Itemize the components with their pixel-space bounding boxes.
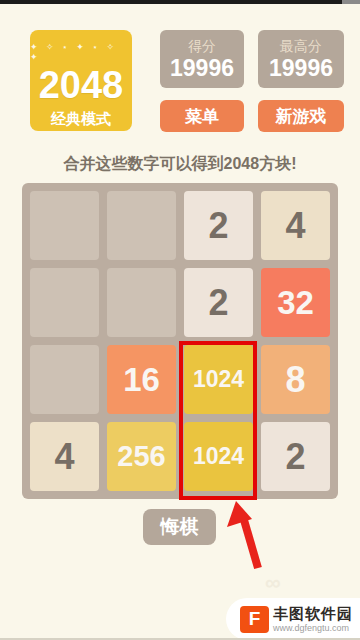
tile-256-r4c2: 256 — [107, 422, 176, 491]
hint-text: 合并这些数字可以得到2048方块! — [0, 154, 360, 175]
empty-cell-r2c1 — [30, 268, 99, 337]
logo-title: 2048 — [39, 64, 124, 106]
game-board[interactable]: 242321610248425610242 — [22, 183, 338, 499]
score-box: 得分 19996 — [160, 30, 244, 88]
best-score-box: 最高分 19996 — [258, 30, 344, 88]
logo-subtitle: 经典模式 — [51, 110, 111, 129]
tile-1024-r4c3: 1024 — [184, 422, 253, 491]
menu-button[interactable]: 菜单 — [160, 100, 244, 132]
tile-1024-r3c3: 1024 — [184, 345, 253, 414]
game-logo: ✦ ✧ ⋆ ✦ ⋆ ✧ ✦ 2048 经典模式 — [30, 30, 132, 131]
empty-cell-r3c1 — [30, 345, 99, 414]
watermark-logo-icon: F — [240, 606, 269, 633]
status-bar — [0, 0, 360, 4]
tile-2-r1c3: 2 — [184, 191, 253, 260]
2048-game-screen: { "game": "2048 (4x4, classic mode)", "p… — [0, 0, 360, 640]
watermark: F 丰图软件园 www.dgfengtu.com — [226, 598, 360, 640]
tile-4-r1c4: 4 — [261, 191, 330, 260]
best-score-value: 19996 — [269, 55, 333, 81]
tile-2-r2c3: 2 — [184, 268, 253, 337]
watermark-title: 丰图软件园 — [273, 606, 353, 621]
score-label: 得分 — [188, 38, 216, 55]
tile-16-r3c2: 16 — [107, 345, 176, 414]
new-game-button[interactable]: 新游戏 — [258, 100, 344, 132]
empty-cell-r2c2 — [107, 268, 176, 337]
tile-32-r2c4: 32 — [261, 268, 330, 337]
undo-button[interactable]: 悔棋 — [143, 509, 216, 545]
watermark-url: www.dgfengtu.com — [273, 624, 353, 633]
empty-cell-r1c2 — [107, 191, 176, 260]
score-value: 19996 — [170, 55, 234, 81]
best-score-label: 最高分 — [280, 38, 322, 55]
faint-infinity-mark: ∞ — [265, 570, 281, 596]
arrow-annotation-icon — [215, 495, 275, 580]
tile-2-r4c4: 2 — [261, 422, 330, 491]
tile-4-r4c1: 4 — [30, 422, 99, 491]
stars-decoration-icon: ✦ ✧ ⋆ ✦ ⋆ ✧ ✦ — [30, 42, 132, 62]
empty-cell-r1c1 — [30, 191, 99, 260]
tile-8-r3c4: 8 — [261, 345, 330, 414]
